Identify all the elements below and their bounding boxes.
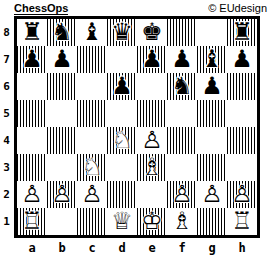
- square-c6[interactable]: [77, 73, 107, 100]
- square-d8[interactable]: ♛: [107, 19, 137, 46]
- rank-label-5: 5: [1, 100, 12, 127]
- square-b4[interactable]: [47, 127, 77, 154]
- square-a5[interactable]: [17, 100, 47, 127]
- square-c4[interactable]: [77, 127, 107, 154]
- white-pawn-b2: ♟♙: [47, 181, 77, 208]
- rank-label-7: 7: [1, 46, 12, 73]
- square-h1[interactable]: ♜♖: [227, 208, 257, 235]
- black-rook-h8: ♜: [227, 19, 257, 46]
- square-g6[interactable]: ♟: [197, 73, 227, 100]
- white-pawn-a2: ♟♙: [17, 181, 47, 208]
- black-knight-f6: ♞: [167, 73, 197, 100]
- file-label-h: h: [227, 241, 257, 255]
- square-g7[interactable]: ♝: [197, 46, 227, 73]
- square-b8[interactable]: ♞: [47, 19, 77, 46]
- square-e1[interactable]: ♚♔: [137, 208, 167, 235]
- white-rook-h1: ♜♖: [227, 208, 257, 235]
- square-d5[interactable]: [107, 100, 137, 127]
- square-e4[interactable]: ♟♙: [137, 127, 167, 154]
- file-label-b: b: [47, 241, 77, 255]
- rank-label-6: 6: [1, 73, 12, 100]
- white-knight-d4: ♞♘: [107, 127, 137, 154]
- square-c5[interactable]: [77, 100, 107, 127]
- square-f7[interactable]: ♟: [167, 46, 197, 73]
- square-h6[interactable]: [227, 73, 257, 100]
- white-queen-d1: ♛♕: [107, 208, 137, 235]
- rank-label-1: 1: [1, 208, 12, 235]
- square-b1[interactable]: [47, 208, 77, 235]
- white-king-e1: ♚♔: [137, 208, 167, 235]
- square-e5[interactable]: [137, 100, 167, 127]
- square-f5[interactable]: [167, 100, 197, 127]
- rank-label-3: 3: [1, 154, 12, 181]
- white-pawn-f2: ♟♙: [167, 181, 197, 208]
- square-g3[interactable]: [197, 154, 227, 181]
- square-f1[interactable]: ♝♗: [167, 208, 197, 235]
- square-c3[interactable]: ♞♘: [77, 154, 107, 181]
- square-g4[interactable]: [197, 127, 227, 154]
- black-pawn-f7: ♟: [167, 46, 197, 73]
- square-d3[interactable]: [107, 154, 137, 181]
- square-d6[interactable]: ♟: [107, 73, 137, 100]
- square-d7[interactable]: [107, 46, 137, 73]
- file-label-f: f: [167, 241, 197, 255]
- chessops-link[interactable]: ChessOps: [14, 2, 68, 15]
- square-d2[interactable]: [107, 181, 137, 208]
- white-pawn-h2: ♟♙: [227, 181, 257, 208]
- black-bishop-g7: ♝: [197, 46, 227, 73]
- black-pawn-g6: ♟: [197, 73, 227, 100]
- black-pawn-h7: ♟: [227, 46, 257, 73]
- square-c1[interactable]: [77, 208, 107, 235]
- black-pawn-a7: ♟: [17, 46, 47, 73]
- rank-labels: 87654321: [1, 19, 12, 235]
- white-pawn-e4: ♟♙: [137, 127, 167, 154]
- rank-label-4: 4: [1, 127, 12, 154]
- square-e7[interactable]: ♟: [137, 46, 167, 73]
- file-label-e: e: [137, 241, 167, 255]
- square-a7[interactable]: ♟: [17, 46, 47, 73]
- square-a4[interactable]: [17, 127, 47, 154]
- square-a1[interactable]: ♜♖: [17, 208, 47, 235]
- square-h5[interactable]: [227, 100, 257, 127]
- square-c8[interactable]: ♝: [77, 19, 107, 46]
- white-rook-a1: ♜♖: [17, 208, 47, 235]
- square-g8[interactable]: [197, 19, 227, 46]
- black-knight-b8: ♞: [47, 19, 77, 46]
- square-f4[interactable]: [167, 127, 197, 154]
- chessops-diagram: ChessOps © EUdesign 87654321 ♜♞♝♛♚♜♟♟♟♟♝…: [0, 0, 270, 270]
- square-f8[interactable]: [167, 19, 197, 46]
- square-e8[interactable]: ♚: [137, 19, 167, 46]
- square-g2[interactable]: ♟♙: [197, 181, 227, 208]
- square-b5[interactable]: [47, 100, 77, 127]
- square-h2[interactable]: ♟♙: [227, 181, 257, 208]
- file-label-a: a: [17, 241, 47, 255]
- square-a6[interactable]: [17, 73, 47, 100]
- square-b2[interactable]: ♟♙: [47, 181, 77, 208]
- file-label-c: c: [77, 241, 107, 255]
- square-c2[interactable]: ♟♙: [77, 181, 107, 208]
- square-f2[interactable]: ♟♙: [167, 181, 197, 208]
- rank-label-2: 2: [1, 181, 12, 208]
- file-label-g: g: [197, 241, 227, 255]
- square-d4[interactable]: ♞♘: [107, 127, 137, 154]
- square-h3[interactable]: [227, 154, 257, 181]
- file-label-d: d: [107, 241, 137, 255]
- rank-label-8: 8: [1, 19, 12, 46]
- black-pawn-e7: ♟: [137, 46, 167, 73]
- white-knight-c3: ♞♘: [77, 154, 107, 181]
- square-f6[interactable]: ♞: [167, 73, 197, 100]
- header: ChessOps © EUdesign: [14, 2, 267, 15]
- square-a3[interactable]: [17, 154, 47, 181]
- square-a2[interactable]: ♟♙: [17, 181, 47, 208]
- square-b6[interactable]: [47, 73, 77, 100]
- square-a8[interactable]: ♜: [17, 19, 47, 46]
- square-b7[interactable]: ♟: [47, 46, 77, 73]
- chess-board: ♜♞♝♛♚♜♟♟♟♟♝♟♟♞♟♞♘♟♙♞♘♝♗♟♙♟♙♟♙♟♙♟♙♟♙♜♖♛♕♚…: [14, 16, 260, 238]
- square-d1[interactable]: ♛♕: [107, 208, 137, 235]
- square-b3[interactable]: [47, 154, 77, 181]
- square-f3[interactable]: [167, 154, 197, 181]
- square-h4[interactable]: [227, 127, 257, 154]
- square-e3[interactable]: ♝♗: [137, 154, 167, 181]
- square-e6[interactable]: [137, 73, 167, 100]
- black-bishop-c8: ♝: [77, 19, 107, 46]
- white-bishop-e3: ♝♗: [137, 154, 167, 181]
- square-c7[interactable]: [77, 46, 107, 73]
- square-h7[interactable]: ♟: [227, 46, 257, 73]
- black-pawn-b7: ♟: [47, 46, 77, 73]
- white-bishop-f1: ♝♗: [167, 208, 197, 235]
- white-pawn-g2: ♟♙: [197, 181, 227, 208]
- white-pawn-c2: ♟♙: [77, 181, 107, 208]
- square-e2[interactable]: [137, 181, 167, 208]
- square-g5[interactable]: [197, 100, 227, 127]
- file-labels: abcdefgh: [17, 241, 257, 255]
- square-g1[interactable]: [197, 208, 227, 235]
- black-king-e8: ♚: [137, 19, 167, 46]
- black-queen-d8: ♛: [107, 19, 137, 46]
- black-pawn-d6: ♟: [107, 73, 137, 100]
- black-rook-a8: ♜: [17, 19, 47, 46]
- credit-text: © EUdesign: [208, 2, 267, 14]
- square-h8[interactable]: ♜: [227, 19, 257, 46]
